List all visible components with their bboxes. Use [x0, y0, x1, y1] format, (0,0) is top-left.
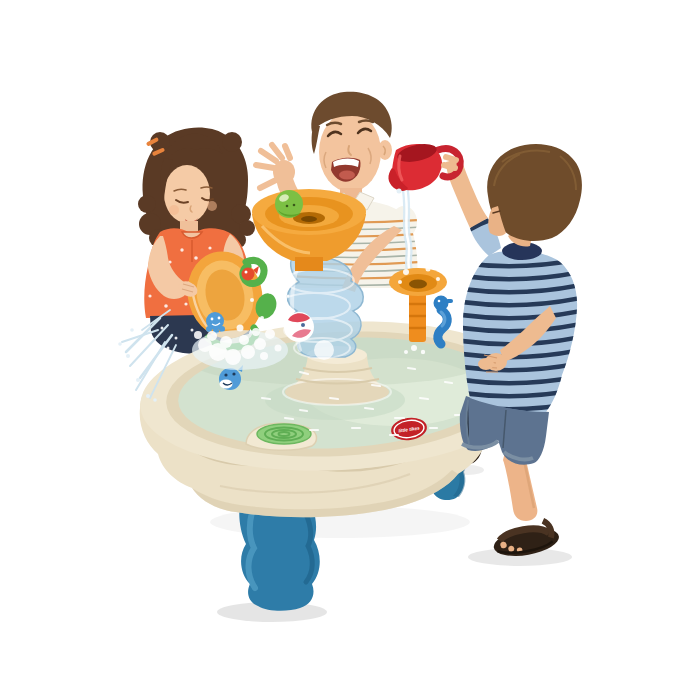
girl-face	[164, 165, 210, 223]
scene-svg: little tikes	[0, 0, 690, 690]
boy-middle-hair-sideburn	[312, 126, 320, 154]
girl-cheek-right	[207, 201, 217, 211]
boy-middle-tongue	[339, 171, 355, 180]
funnel-neck	[295, 257, 323, 271]
boy-right	[446, 144, 585, 561]
girl-cheek-left	[169, 205, 179, 215]
red-scoop	[388, 141, 460, 193]
spinner-hub	[409, 280, 427, 289]
green-ball-in-funnel	[275, 190, 303, 218]
product-photo: little tikes	[0, 0, 690, 690]
funnel-hole-center	[301, 216, 317, 222]
ball-in-tube	[284, 312, 314, 342]
scoop-drip	[397, 189, 402, 194]
ball-in-tube-2	[314, 340, 334, 360]
